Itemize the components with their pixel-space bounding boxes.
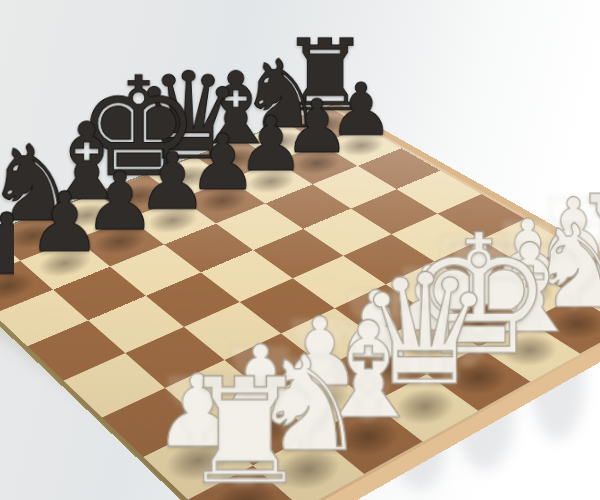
render-scene: ♜♞♝♚♛♝♞♜♟♟♟♟♟♟♟♟♟♟♟♟♟♟♟♟♟♟♟♟♟♟♟♟♜♜♞♞♝♝♛♛… xyxy=(0,0,600,500)
pawn-glyph: ♟ xyxy=(536,187,600,270)
pawn-glyph: ♟ xyxy=(329,74,394,146)
rook-glyph: ♜ xyxy=(281,26,370,125)
piece-black-knight-g8: ♞ xyxy=(209,47,355,141)
piece-black-rook-h8: ♜ xyxy=(254,26,397,125)
piece-black-pawn-h7: ♟ xyxy=(288,74,434,146)
bishop-glyph: ♝ xyxy=(39,109,134,215)
square-f3 xyxy=(386,261,480,314)
